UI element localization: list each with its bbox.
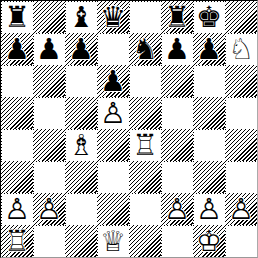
piece-silhouette: ♛ — [97, 1, 129, 33]
square-c5[interactable] — [65, 97, 97, 129]
piece-outline: ♙ — [33, 193, 65, 225]
black-pawn-f7: ♟ — [161, 33, 193, 65]
square-d4[interactable] — [97, 129, 129, 161]
square-a4[interactable] — [1, 129, 33, 161]
square-a3[interactable] — [1, 161, 33, 193]
square-a7[interactable]: ♟ — [1, 33, 33, 65]
square-h1[interactable] — [225, 225, 257, 257]
black-pawn-b7: ♟ — [33, 33, 65, 65]
square-h6[interactable] — [225, 65, 257, 97]
square-e7[interactable]: ♞ — [129, 33, 161, 65]
square-f5[interactable] — [161, 97, 193, 129]
square-h8[interactable] — [225, 1, 257, 33]
piece-outline: ♙ — [225, 193, 257, 225]
square-e3[interactable] — [129, 161, 161, 193]
square-f6[interactable] — [161, 65, 193, 97]
square-d8[interactable]: ♛ — [97, 1, 129, 33]
square-c3[interactable] — [65, 161, 97, 193]
square-b7[interactable]: ♟ — [33, 33, 65, 65]
black-pawn-a7: ♟ — [1, 33, 33, 65]
chess-board: ♜♝♛♜♚♟♟♟♞♟♟♞♘♟♟♙♝♗♜♖♟♙♟♙♟♙♟♙♟♙♜♖♛♕♚♔ — [1, 1, 257, 257]
piece-outline: ♙ — [193, 193, 225, 225]
square-a5[interactable] — [1, 97, 33, 129]
piece-silhouette: ♟ — [33, 33, 65, 65]
square-b3[interactable] — [33, 161, 65, 193]
black-pawn-d6: ♟ — [97, 65, 129, 97]
piece-silhouette: ♜ — [1, 1, 33, 33]
piece-silhouette: ♝ — [65, 1, 97, 33]
piece-outline: ♔ — [193, 225, 225, 257]
square-b8[interactable] — [33, 1, 65, 33]
square-b2[interactable]: ♟♙ — [33, 193, 65, 225]
square-f7[interactable]: ♟ — [161, 33, 193, 65]
white-pawn-a2: ♟♙ — [1, 193, 33, 225]
square-h2[interactable]: ♟♙ — [225, 193, 257, 225]
square-d6[interactable]: ♟ — [97, 65, 129, 97]
square-d7[interactable] — [97, 33, 129, 65]
square-a2[interactable]: ♟♙ — [1, 193, 33, 225]
white-pawn-d5: ♟♙ — [97, 97, 129, 129]
white-pawn-b2: ♟♙ — [33, 193, 65, 225]
piece-silhouette: ♟ — [65, 33, 97, 65]
black-bishop-c8: ♝ — [65, 1, 97, 33]
square-a8[interactable]: ♜ — [1, 1, 33, 33]
square-d2[interactable] — [97, 193, 129, 225]
square-g4[interactable] — [193, 129, 225, 161]
piece-silhouette: ♟ — [161, 33, 193, 65]
white-king-g1: ♚♔ — [193, 225, 225, 257]
square-c8[interactable]: ♝ — [65, 1, 97, 33]
piece-outline: ♖ — [129, 129, 161, 161]
square-c7[interactable]: ♟ — [65, 33, 97, 65]
square-g7[interactable]: ♟ — [193, 33, 225, 65]
square-f3[interactable] — [161, 161, 193, 193]
square-h5[interactable] — [225, 97, 257, 129]
square-h7[interactable]: ♞♘ — [225, 33, 257, 65]
square-g5[interactable] — [193, 97, 225, 129]
square-f8[interactable]: ♜ — [161, 1, 193, 33]
white-pawn-h2: ♟♙ — [225, 193, 257, 225]
square-d5[interactable]: ♟♙ — [97, 97, 129, 129]
piece-silhouette: ♜ — [161, 1, 193, 33]
square-f4[interactable] — [161, 129, 193, 161]
square-a1[interactable]: ♜♖ — [1, 225, 33, 257]
square-f2[interactable]: ♟♙ — [161, 193, 193, 225]
square-e8[interactable] — [129, 1, 161, 33]
square-d3[interactable] — [97, 161, 129, 193]
square-e1[interactable] — [129, 225, 161, 257]
black-pawn-g7: ♟ — [193, 33, 225, 65]
square-a6[interactable] — [1, 65, 33, 97]
white-rook-e4: ♜♖ — [129, 129, 161, 161]
piece-outline: ♙ — [1, 193, 33, 225]
square-h3[interactable] — [225, 161, 257, 193]
white-knight-h7: ♞♘ — [225, 33, 257, 65]
square-g1[interactable]: ♚♔ — [193, 225, 225, 257]
square-c2[interactable] — [65, 193, 97, 225]
piece-silhouette: ♞ — [129, 33, 161, 65]
white-pawn-g2: ♟♙ — [193, 193, 225, 225]
square-c1[interactable] — [65, 225, 97, 257]
square-e6[interactable] — [129, 65, 161, 97]
square-h4[interactable] — [225, 129, 257, 161]
square-b1[interactable] — [33, 225, 65, 257]
square-g6[interactable] — [193, 65, 225, 97]
black-knight-e7: ♞ — [129, 33, 161, 65]
square-g3[interactable] — [193, 161, 225, 193]
white-queen-d1: ♛♕ — [97, 225, 129, 257]
piece-silhouette: ♟ — [97, 65, 129, 97]
piece-outline: ♙ — [161, 193, 193, 225]
piece-outline: ♗ — [65, 129, 97, 161]
square-b6[interactable] — [33, 65, 65, 97]
board-frame: ♜♝♛♜♚♟♟♟♞♟♟♞♘♟♟♙♝♗♜♖♟♙♟♙♟♙♟♙♟♙♜♖♛♕♚♔ — [0, 0, 258, 258]
white-pawn-f2: ♟♙ — [161, 193, 193, 225]
square-g2[interactable]: ♟♙ — [193, 193, 225, 225]
black-queen-d8: ♛ — [97, 1, 129, 33]
square-f1[interactable] — [161, 225, 193, 257]
white-rook-a1: ♜♖ — [1, 225, 33, 257]
piece-silhouette: ♟ — [193, 33, 225, 65]
square-g8[interactable]: ♚ — [193, 1, 225, 33]
square-c6[interactable] — [65, 65, 97, 97]
square-d1[interactable]: ♛♕ — [97, 225, 129, 257]
square-c4[interactable]: ♝♗ — [65, 129, 97, 161]
square-b5[interactable] — [33, 97, 65, 129]
black-rook-a8: ♜ — [1, 1, 33, 33]
piece-outline: ♖ — [1, 225, 33, 257]
black-king-g8: ♚ — [193, 1, 225, 33]
piece-outline: ♘ — [225, 33, 257, 65]
black-rook-f8: ♜ — [161, 1, 193, 33]
white-bishop-c4: ♝♗ — [65, 129, 97, 161]
piece-silhouette: ♟ — [1, 33, 33, 65]
piece-silhouette: ♚ — [193, 1, 225, 33]
square-e5[interactable] — [129, 97, 161, 129]
square-b4[interactable] — [33, 129, 65, 161]
black-pawn-c7: ♟ — [65, 33, 97, 65]
square-e4[interactable]: ♜♖ — [129, 129, 161, 161]
piece-outline: ♕ — [97, 225, 129, 257]
piece-outline: ♙ — [97, 97, 129, 129]
square-e2[interactable] — [129, 193, 161, 225]
